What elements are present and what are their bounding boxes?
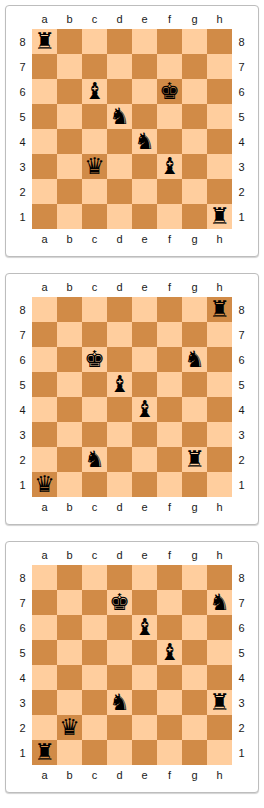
square-f1[interactable] bbox=[157, 204, 182, 229]
square-e4[interactable]: ♞ bbox=[132, 129, 157, 154]
rank-label-6-right: 6 bbox=[232, 615, 251, 640]
piece-black-rook[interactable]: ♜ bbox=[34, 29, 55, 54]
square-f4[interactable] bbox=[157, 665, 182, 690]
square-a4[interactable] bbox=[32, 665, 57, 690]
square-d7[interactable] bbox=[107, 54, 132, 79]
square-a4[interactable] bbox=[32, 129, 57, 154]
corner-label bbox=[232, 229, 251, 249]
square-d6[interactable] bbox=[107, 615, 132, 640]
square-c1[interactable] bbox=[82, 472, 107, 497]
square-g5[interactable] bbox=[182, 372, 207, 397]
rank-label-5-left: 5 bbox=[13, 372, 32, 397]
square-h5[interactable] bbox=[207, 372, 232, 397]
square-f8[interactable] bbox=[157, 297, 182, 322]
square-b3[interactable] bbox=[57, 154, 82, 179]
square-d4[interactable] bbox=[107, 397, 132, 422]
rank-label-6-right: 6 bbox=[232, 347, 251, 372]
square-d7[interactable]: ♚ bbox=[107, 590, 132, 615]
square-c3[interactable] bbox=[82, 690, 107, 715]
square-g8[interactable] bbox=[182, 565, 207, 590]
square-g4[interactable] bbox=[182, 665, 207, 690]
square-d2[interactable] bbox=[107, 179, 132, 204]
square-f8[interactable] bbox=[157, 565, 182, 590]
piece-black-bishop[interactable]: ♝ bbox=[84, 79, 105, 104]
corner-label bbox=[13, 277, 32, 297]
square-c1[interactable] bbox=[82, 204, 107, 229]
square-b7[interactable] bbox=[57, 54, 82, 79]
square-h2[interactable] bbox=[207, 179, 232, 204]
rank-label-3-left: 3 bbox=[13, 154, 32, 179]
square-f3[interactable] bbox=[157, 422, 182, 447]
square-b5[interactable] bbox=[57, 104, 82, 129]
rank-label-6-right: 6 bbox=[232, 79, 251, 104]
chess-board-1: abcdefgh8♜8776♝♚65♞54♞43♛♝3221♜1abcdefgh bbox=[13, 9, 251, 249]
square-e4[interactable]: ♝ bbox=[132, 397, 157, 422]
square-c6[interactable]: ♚ bbox=[82, 347, 107, 372]
rank-label-1-left: 1 bbox=[13, 472, 32, 497]
square-b5[interactable] bbox=[57, 372, 82, 397]
piece-black-queen[interactable]: ♛ bbox=[59, 715, 80, 740]
square-a4[interactable] bbox=[32, 397, 57, 422]
square-g7[interactable] bbox=[182, 590, 207, 615]
file-label-d: d bbox=[107, 277, 132, 297]
square-a2[interactable] bbox=[32, 179, 57, 204]
file-label-d: d bbox=[107, 545, 132, 565]
rank-label-7-right: 7 bbox=[232, 322, 251, 347]
corner-label bbox=[232, 765, 251, 785]
square-g8[interactable] bbox=[182, 29, 207, 54]
piece-black-knight[interactable]: ♞ bbox=[209, 590, 230, 615]
piece-black-king[interactable]: ♚ bbox=[84, 347, 105, 372]
rank-label-8-right: 8 bbox=[232, 297, 251, 322]
rank-label-8-right: 8 bbox=[232, 565, 251, 590]
rank-label-1-right: 1 bbox=[232, 740, 251, 765]
file-label-b: b bbox=[57, 765, 82, 785]
chess-diagram-2: abcdefgh8♜8776♚♞65♝54♝4332♞♜21♛1abcdefgh bbox=[5, 273, 259, 525]
square-e2[interactable] bbox=[132, 715, 157, 740]
square-h1[interactable]: ♜ bbox=[207, 204, 232, 229]
square-f7[interactable] bbox=[157, 590, 182, 615]
square-b6[interactable] bbox=[57, 79, 82, 104]
square-f6[interactable] bbox=[157, 347, 182, 372]
square-b7[interactable] bbox=[57, 590, 82, 615]
square-c6[interactable]: ♝ bbox=[82, 79, 107, 104]
square-h3[interactable] bbox=[207, 422, 232, 447]
file-label-h: h bbox=[207, 497, 232, 517]
rank-label-4-left: 4 bbox=[13, 665, 32, 690]
rank-label-4-right: 4 bbox=[232, 397, 251, 422]
piece-black-rook[interactable]: ♜ bbox=[184, 447, 205, 472]
piece-black-queen[interactable]: ♛ bbox=[84, 154, 105, 179]
square-h8[interactable] bbox=[207, 565, 232, 590]
square-e8[interactable] bbox=[132, 565, 157, 590]
square-f5[interactable]: ♝ bbox=[157, 640, 182, 665]
file-label-c: c bbox=[82, 9, 107, 29]
square-c5[interactable] bbox=[82, 372, 107, 397]
rank-label-5-right: 5 bbox=[232, 104, 251, 129]
square-f2[interactable] bbox=[157, 715, 182, 740]
square-e3[interactable] bbox=[132, 154, 157, 179]
rank-label-3-right: 3 bbox=[232, 154, 251, 179]
square-e5[interactable] bbox=[132, 372, 157, 397]
square-d6[interactable] bbox=[107, 347, 132, 372]
file-label-g: g bbox=[182, 545, 207, 565]
rank-label-1-right: 1 bbox=[232, 472, 251, 497]
square-e4[interactable] bbox=[132, 665, 157, 690]
square-d2[interactable] bbox=[107, 715, 132, 740]
square-g3[interactable] bbox=[182, 154, 207, 179]
square-f8[interactable] bbox=[157, 29, 182, 54]
square-f3[interactable]: ♝ bbox=[157, 154, 182, 179]
square-g2[interactable]: ♜ bbox=[182, 447, 207, 472]
square-d2[interactable] bbox=[107, 447, 132, 472]
rank-label-6-left: 6 bbox=[13, 347, 32, 372]
square-h8[interactable]: ♜ bbox=[207, 297, 232, 322]
square-g7[interactable] bbox=[182, 54, 207, 79]
square-a5[interactable] bbox=[32, 640, 57, 665]
file-label-d: d bbox=[107, 229, 132, 249]
rank-label-1-left: 1 bbox=[13, 204, 32, 229]
piece-black-rook[interactable]: ♜ bbox=[209, 204, 230, 229]
piece-black-rook[interactable]: ♜ bbox=[34, 740, 55, 765]
square-a6[interactable] bbox=[32, 347, 57, 372]
square-d3[interactable] bbox=[107, 154, 132, 179]
square-b2[interactable] bbox=[57, 447, 82, 472]
square-g1[interactable] bbox=[182, 204, 207, 229]
square-a6[interactable] bbox=[32, 615, 57, 640]
square-h5[interactable] bbox=[207, 104, 232, 129]
square-b2[interactable]: ♛ bbox=[57, 715, 82, 740]
square-b4[interactable] bbox=[57, 397, 82, 422]
square-g6[interactable]: ♞ bbox=[182, 347, 207, 372]
file-label-a: a bbox=[32, 545, 57, 565]
square-h4[interactable] bbox=[207, 129, 232, 154]
square-f6[interactable]: ♚ bbox=[157, 79, 182, 104]
square-b6[interactable] bbox=[57, 615, 82, 640]
file-label-c: c bbox=[82, 277, 107, 297]
file-label-e: e bbox=[132, 497, 157, 517]
square-e5[interactable] bbox=[132, 104, 157, 129]
piece-black-bishop[interactable]: ♝ bbox=[134, 397, 155, 422]
rank-label-6-left: 6 bbox=[13, 79, 32, 104]
square-h2[interactable] bbox=[207, 715, 232, 740]
square-g4[interactable] bbox=[182, 397, 207, 422]
square-e6[interactable] bbox=[132, 347, 157, 372]
square-e8[interactable] bbox=[132, 29, 157, 54]
rank-label-8-left: 8 bbox=[13, 29, 32, 54]
rank-label-4-left: 4 bbox=[13, 129, 32, 154]
rank-label-6-left: 6 bbox=[13, 615, 32, 640]
chess-diagram-1: abcdefgh8♜8776♝♚65♞54♞43♛♝3221♜1abcdefgh bbox=[5, 5, 259, 257]
square-e1[interactable] bbox=[132, 740, 157, 765]
square-f6[interactable] bbox=[157, 615, 182, 640]
rank-label-8-left: 8 bbox=[13, 565, 32, 590]
chess-diagram-3: abcdefgh887♚♞76♝65♝5443♞♜32♛21♜1abcdefgh bbox=[5, 541, 259, 793]
file-label-f: f bbox=[157, 545, 182, 565]
square-e7[interactable] bbox=[132, 54, 157, 79]
square-f2[interactable] bbox=[157, 179, 182, 204]
file-label-h: h bbox=[207, 765, 232, 785]
square-a2[interactable] bbox=[32, 447, 57, 472]
file-label-a: a bbox=[32, 497, 57, 517]
square-e1[interactable] bbox=[132, 204, 157, 229]
square-a3[interactable] bbox=[32, 154, 57, 179]
square-e3[interactable] bbox=[132, 422, 157, 447]
square-b8[interactable] bbox=[57, 297, 82, 322]
square-g8[interactable] bbox=[182, 297, 207, 322]
square-a7[interactable] bbox=[32, 54, 57, 79]
square-d8[interactable] bbox=[107, 297, 132, 322]
square-h1[interactable] bbox=[207, 472, 232, 497]
square-g2[interactable] bbox=[182, 179, 207, 204]
corner-label bbox=[13, 545, 32, 565]
file-label-a: a bbox=[32, 277, 57, 297]
file-label-a: a bbox=[32, 765, 57, 785]
square-c5[interactable] bbox=[82, 640, 107, 665]
square-h6[interactable] bbox=[207, 79, 232, 104]
file-label-a: a bbox=[32, 229, 57, 249]
corner-label bbox=[13, 765, 32, 785]
file-label-e: e bbox=[132, 545, 157, 565]
square-g1[interactable] bbox=[182, 472, 207, 497]
rank-label-2-right: 2 bbox=[232, 179, 251, 204]
square-e6[interactable]: ♝ bbox=[132, 615, 157, 640]
square-c7[interactable] bbox=[82, 590, 107, 615]
file-label-e: e bbox=[132, 9, 157, 29]
file-label-c: c bbox=[82, 765, 107, 785]
square-c8[interactable] bbox=[82, 565, 107, 590]
square-a1[interactable]: ♛ bbox=[32, 472, 57, 497]
square-d3[interactable]: ♞ bbox=[107, 690, 132, 715]
square-e6[interactable] bbox=[132, 79, 157, 104]
square-f1[interactable] bbox=[157, 740, 182, 765]
square-a3[interactable] bbox=[32, 422, 57, 447]
square-d4[interactable] bbox=[107, 665, 132, 690]
square-a7[interactable] bbox=[32, 590, 57, 615]
square-b2[interactable] bbox=[57, 179, 82, 204]
rank-label-2-left: 2 bbox=[13, 179, 32, 204]
square-b3[interactable] bbox=[57, 690, 82, 715]
square-h3[interactable]: ♜ bbox=[207, 690, 232, 715]
square-d8[interactable] bbox=[107, 29, 132, 54]
square-f4[interactable] bbox=[157, 129, 182, 154]
square-h6[interactable] bbox=[207, 347, 232, 372]
rank-label-7-left: 7 bbox=[13, 54, 32, 79]
square-g6[interactable] bbox=[182, 615, 207, 640]
square-f3[interactable] bbox=[157, 690, 182, 715]
square-a1[interactable]: ♜ bbox=[32, 740, 57, 765]
file-label-d: d bbox=[107, 9, 132, 29]
square-g6[interactable] bbox=[182, 79, 207, 104]
square-c7[interactable] bbox=[82, 322, 107, 347]
square-b1[interactable] bbox=[57, 204, 82, 229]
square-c4[interactable] bbox=[82, 129, 107, 154]
file-label-f: f bbox=[157, 277, 182, 297]
square-a1[interactable] bbox=[32, 204, 57, 229]
square-e1[interactable] bbox=[132, 472, 157, 497]
square-b6[interactable] bbox=[57, 347, 82, 372]
square-e3[interactable] bbox=[132, 690, 157, 715]
chess-board-2: abcdefgh8♜8776♚♞65♝54♝4332♞♜21♛1abcdefgh bbox=[13, 277, 251, 517]
square-d5[interactable]: ♝ bbox=[107, 372, 132, 397]
square-e5[interactable] bbox=[132, 640, 157, 665]
file-label-c: c bbox=[82, 545, 107, 565]
square-d6[interactable] bbox=[107, 79, 132, 104]
square-g3[interactable] bbox=[182, 422, 207, 447]
piece-black-bishop[interactable]: ♝ bbox=[109, 372, 130, 397]
square-a8[interactable]: ♜ bbox=[32, 29, 57, 54]
piece-black-queen[interactable]: ♛ bbox=[34, 472, 55, 497]
square-f4[interactable] bbox=[157, 397, 182, 422]
square-h2[interactable] bbox=[207, 447, 232, 472]
file-label-g: g bbox=[182, 497, 207, 517]
file-label-f: f bbox=[157, 497, 182, 517]
chess-diagrams-page: abcdefgh8♜8776♝♚65♞54♞43♛♝3221♜1abcdefgh… bbox=[0, 0, 264, 802]
square-c7[interactable] bbox=[82, 54, 107, 79]
file-label-b: b bbox=[57, 9, 82, 29]
piece-black-bishop[interactable]: ♝ bbox=[159, 154, 180, 179]
square-c3[interactable]: ♛ bbox=[82, 154, 107, 179]
square-h5[interactable] bbox=[207, 640, 232, 665]
square-h3[interactable] bbox=[207, 154, 232, 179]
square-a7[interactable] bbox=[32, 322, 57, 347]
square-a5[interactable] bbox=[32, 104, 57, 129]
square-h8[interactable] bbox=[207, 29, 232, 54]
square-c2[interactable] bbox=[82, 179, 107, 204]
square-b5[interactable] bbox=[57, 640, 82, 665]
rank-label-8-right: 8 bbox=[232, 29, 251, 54]
rank-label-4-right: 4 bbox=[232, 129, 251, 154]
corner-label bbox=[232, 9, 251, 29]
square-g7[interactable] bbox=[182, 322, 207, 347]
square-e2[interactable] bbox=[132, 447, 157, 472]
square-b8[interactable] bbox=[57, 565, 82, 590]
square-b4[interactable] bbox=[57, 129, 82, 154]
square-g4[interactable] bbox=[182, 129, 207, 154]
square-h7[interactable]: ♞ bbox=[207, 590, 232, 615]
square-e8[interactable] bbox=[132, 297, 157, 322]
square-c8[interactable] bbox=[82, 29, 107, 54]
square-b1[interactable] bbox=[57, 472, 82, 497]
square-g2[interactable] bbox=[182, 715, 207, 740]
file-label-e: e bbox=[132, 229, 157, 249]
square-d1[interactable] bbox=[107, 472, 132, 497]
square-d5[interactable] bbox=[107, 640, 132, 665]
square-d7[interactable] bbox=[107, 322, 132, 347]
piece-black-knight[interactable]: ♞ bbox=[134, 129, 155, 154]
rank-label-2-left: 2 bbox=[13, 447, 32, 472]
file-label-g: g bbox=[182, 277, 207, 297]
square-a3[interactable] bbox=[32, 690, 57, 715]
square-f7[interactable] bbox=[157, 54, 182, 79]
file-label-d: d bbox=[107, 765, 132, 785]
square-b8[interactable] bbox=[57, 29, 82, 54]
rank-label-5-left: 5 bbox=[13, 104, 32, 129]
square-f5[interactable] bbox=[157, 372, 182, 397]
piece-black-bishop[interactable]: ♝ bbox=[159, 640, 180, 665]
corner-label bbox=[232, 277, 251, 297]
square-a5[interactable] bbox=[32, 372, 57, 397]
square-g5[interactable] bbox=[182, 104, 207, 129]
square-b4[interactable] bbox=[57, 665, 82, 690]
square-f7[interactable] bbox=[157, 322, 182, 347]
square-b1[interactable] bbox=[57, 740, 82, 765]
file-label-d: d bbox=[107, 497, 132, 517]
square-c4[interactable] bbox=[82, 665, 107, 690]
piece-black-knight[interactable]: ♞ bbox=[184, 347, 205, 372]
square-c5[interactable] bbox=[82, 104, 107, 129]
rank-label-2-right: 2 bbox=[232, 715, 251, 740]
square-f1[interactable] bbox=[157, 472, 182, 497]
square-a8[interactable] bbox=[32, 565, 57, 590]
square-b7[interactable] bbox=[57, 322, 82, 347]
square-e7[interactable] bbox=[132, 322, 157, 347]
piece-black-rook[interactable]: ♜ bbox=[209, 690, 230, 715]
square-d1[interactable] bbox=[107, 204, 132, 229]
square-h4[interactable] bbox=[207, 665, 232, 690]
piece-black-knight[interactable]: ♞ bbox=[84, 447, 105, 472]
file-label-b: b bbox=[57, 545, 82, 565]
rank-label-7-right: 7 bbox=[232, 54, 251, 79]
square-c8[interactable] bbox=[82, 297, 107, 322]
piece-black-king[interactable]: ♚ bbox=[109, 590, 130, 615]
file-label-h: h bbox=[207, 9, 232, 29]
square-h7[interactable] bbox=[207, 322, 232, 347]
square-d8[interactable] bbox=[107, 565, 132, 590]
square-g5[interactable] bbox=[182, 640, 207, 665]
square-d1[interactable] bbox=[107, 740, 132, 765]
rank-label-5-left: 5 bbox=[13, 640, 32, 665]
square-a8[interactable] bbox=[32, 297, 57, 322]
piece-black-bishop[interactable]: ♝ bbox=[134, 615, 155, 640]
square-b3[interactable] bbox=[57, 422, 82, 447]
file-label-b: b bbox=[57, 229, 82, 249]
square-c1[interactable] bbox=[82, 740, 107, 765]
rank-label-3-right: 3 bbox=[232, 422, 251, 447]
piece-black-rook[interactable]: ♜ bbox=[209, 297, 230, 322]
square-c4[interactable] bbox=[82, 397, 107, 422]
square-c6[interactable] bbox=[82, 615, 107, 640]
square-h6[interactable] bbox=[207, 615, 232, 640]
square-d3[interactable] bbox=[107, 422, 132, 447]
square-f2[interactable] bbox=[157, 447, 182, 472]
square-g1[interactable] bbox=[182, 740, 207, 765]
square-d4[interactable] bbox=[107, 129, 132, 154]
file-label-c: c bbox=[82, 497, 107, 517]
square-h4[interactable] bbox=[207, 397, 232, 422]
square-c2[interactable] bbox=[82, 715, 107, 740]
square-h1[interactable] bbox=[207, 740, 232, 765]
square-a6[interactable] bbox=[32, 79, 57, 104]
piece-black-king[interactable]: ♚ bbox=[159, 79, 180, 104]
rank-label-3-left: 3 bbox=[13, 690, 32, 715]
square-c2[interactable]: ♞ bbox=[82, 447, 107, 472]
square-d5[interactable]: ♞ bbox=[107, 104, 132, 129]
file-label-g: g bbox=[182, 765, 207, 785]
piece-black-knight[interactable]: ♞ bbox=[109, 104, 130, 129]
square-f5[interactable] bbox=[157, 104, 182, 129]
square-g3[interactable] bbox=[182, 690, 207, 715]
square-e2[interactable] bbox=[132, 179, 157, 204]
corner-label bbox=[13, 229, 32, 249]
square-a2[interactable] bbox=[32, 715, 57, 740]
square-e7[interactable] bbox=[132, 590, 157, 615]
square-c3[interactable] bbox=[82, 422, 107, 447]
square-h7[interactable] bbox=[207, 54, 232, 79]
corner-label bbox=[13, 9, 32, 29]
rank-label-8-left: 8 bbox=[13, 297, 32, 322]
piece-black-knight[interactable]: ♞ bbox=[109, 690, 130, 715]
